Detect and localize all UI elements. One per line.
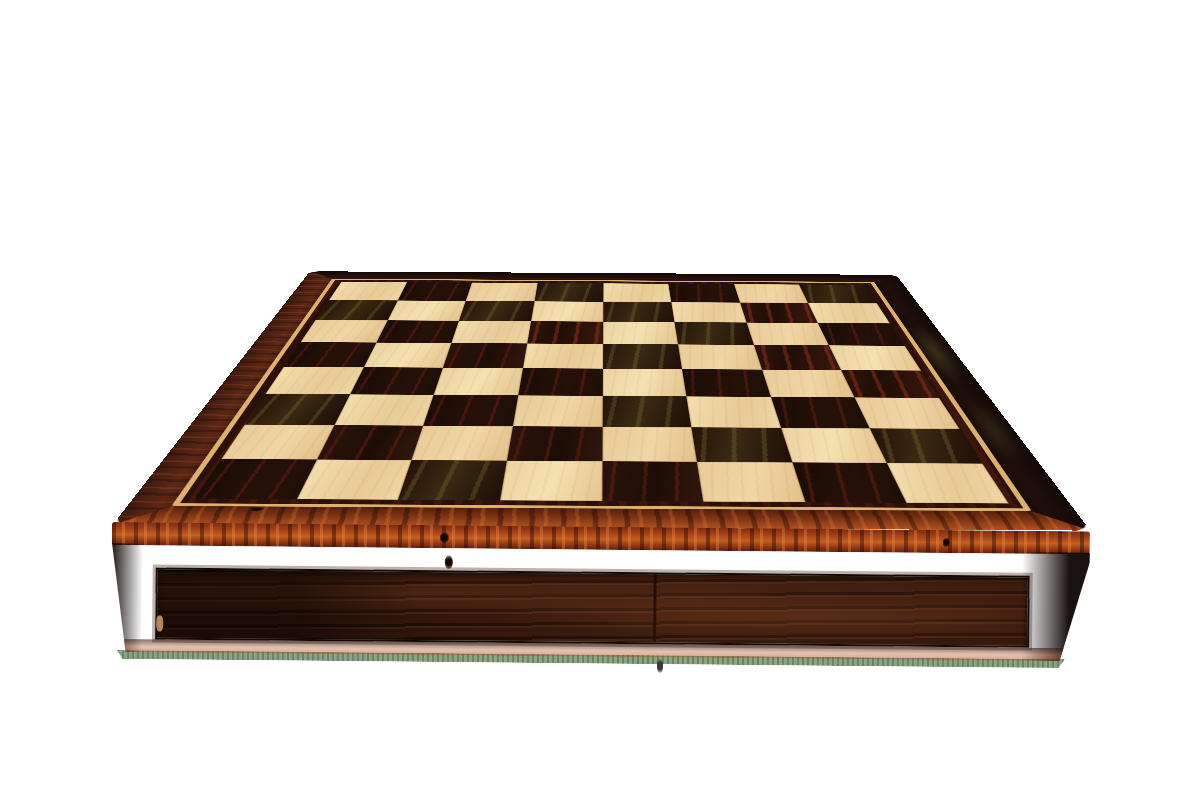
square-f6 [675, 322, 754, 345]
square-a6 [301, 320, 388, 343]
wood-knot [943, 538, 950, 547]
square-g2 [781, 428, 888, 463]
chess-board [113, 271, 1091, 530]
square-a5 [284, 342, 376, 367]
square-e5 [603, 344, 683, 369]
square-f3 [687, 396, 781, 427]
square-f2 [691, 427, 792, 462]
square-b5 [364, 343, 452, 368]
square-f4 [682, 369, 771, 397]
square-b6 [376, 320, 459, 343]
square-d6 [527, 321, 603, 344]
square-c2 [412, 426, 513, 461]
square-c1 [398, 460, 507, 500]
square-d7 [531, 301, 603, 322]
square-h8 [799, 285, 877, 304]
wood-knot [439, 532, 448, 543]
square-g5 [754, 345, 842, 370]
square-f7 [671, 302, 746, 323]
square-h7 [808, 303, 890, 324]
box-front-face [111, 543, 1090, 661]
square-e1 [602, 461, 704, 501]
square-d5 [523, 343, 603, 368]
square-b2 [317, 425, 424, 460]
square-d4 [518, 368, 602, 396]
square-b4 [350, 367, 444, 395]
drawer-seam [653, 574, 657, 642]
square-h5 [829, 345, 921, 370]
drawer-front-panel [155, 567, 1030, 647]
square-h6 [818, 323, 904, 346]
square-f5 [678, 344, 762, 369]
box-right-side-shadow [1020, 552, 1089, 662]
square-g3 [771, 397, 870, 428]
square-e4 [602, 369, 686, 397]
square-c8 [466, 283, 538, 302]
box-left-side-shadow [111, 543, 143, 652]
square-c4 [434, 368, 523, 396]
square-b8 [398, 282, 473, 301]
square-b1 [296, 460, 411, 500]
square-e3 [602, 396, 691, 427]
square-g8 [734, 284, 808, 303]
square-e7 [603, 302, 675, 323]
floor-mark [657, 659, 663, 673]
square-e8 [603, 283, 671, 302]
square-c7 [459, 301, 534, 322]
square-b7 [387, 300, 466, 320]
wood-chip [156, 615, 163, 631]
wood-knot [444, 555, 452, 569]
square-a8 [329, 282, 407, 301]
square-a4 [266, 367, 364, 395]
square-d3 [513, 395, 603, 426]
square-e6 [603, 322, 679, 345]
square-c6 [452, 321, 531, 344]
square-c3 [423, 395, 518, 426]
square-e2 [602, 427, 697, 462]
square-d1 [500, 461, 602, 501]
square-d8 [534, 283, 603, 302]
product-photo-canvas [0, 0, 1200, 804]
square-f1 [697, 462, 805, 502]
square-g4 [762, 369, 855, 397]
square-d2 [507, 426, 602, 461]
square-f8 [668, 284, 739, 303]
square-g6 [746, 323, 829, 346]
square-b3 [334, 394, 434, 425]
square-c5 [443, 343, 527, 368]
square-g7 [740, 302, 818, 323]
square-a7 [316, 300, 398, 320]
